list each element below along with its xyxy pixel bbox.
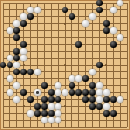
white-stone — [69, 75, 76, 82]
white-stone — [103, 103, 110, 110]
black-stone — [13, 34, 20, 41]
black-stone — [110, 41, 117, 48]
black-stone — [34, 103, 41, 110]
white-stone — [13, 96, 20, 103]
black-stone — [41, 103, 48, 110]
black-stone — [89, 82, 96, 89]
black-stone — [103, 96, 110, 103]
white-stone — [110, 7, 117, 14]
white-stone — [55, 89, 62, 96]
black-stone — [96, 103, 103, 110]
white-stone — [20, 55, 27, 62]
black-stone — [82, 75, 89, 82]
black-stone — [110, 110, 117, 117]
black-stone — [20, 41, 27, 48]
white-stone — [117, 34, 124, 41]
white-stone — [110, 27, 117, 34]
grid-line — [3, 120, 127, 121]
white-stone — [96, 89, 103, 96]
black-stone — [55, 96, 62, 103]
white-stone — [7, 75, 14, 82]
white-stone — [27, 110, 34, 117]
white-stone — [117, 96, 124, 103]
black-stone — [82, 96, 89, 103]
black-stone — [7, 62, 14, 69]
white-stone — [55, 103, 62, 110]
grid-line — [78, 3, 79, 127]
star-point — [64, 64, 66, 66]
black-stone — [27, 69, 34, 76]
black-stone — [34, 110, 41, 117]
last-move-marker — [36, 91, 38, 93]
black-stone — [41, 110, 48, 117]
black-stone — [89, 89, 96, 96]
black-stone — [48, 89, 55, 96]
black-stone — [0, 62, 6, 69]
white-stone — [82, 20, 89, 27]
black-stone — [69, 89, 76, 96]
black-stone — [20, 89, 27, 96]
black-stone — [103, 110, 110, 117]
black-stone — [62, 7, 69, 14]
white-stone — [89, 69, 96, 76]
white-stone — [41, 117, 48, 124]
black-stone — [69, 13, 76, 20]
grid-line — [113, 3, 114, 127]
white-stone — [55, 117, 62, 124]
black-stone — [75, 89, 82, 96]
black-stone — [27, 13, 34, 20]
star-point — [64, 23, 66, 25]
black-stone — [103, 27, 110, 34]
white-stone — [55, 82, 62, 89]
black-stone — [96, 62, 103, 69]
white-stone — [20, 13, 27, 20]
grid-line — [127, 3, 128, 127]
black-stone — [69, 82, 76, 89]
white-stone — [96, 82, 103, 89]
black-stone — [96, 0, 103, 6]
black-stone — [13, 48, 20, 55]
black-stone — [110, 96, 117, 103]
white-stone — [13, 62, 20, 69]
white-stone — [48, 103, 55, 110]
white-stone — [89, 13, 96, 20]
white-stone — [96, 96, 103, 103]
black-stone — [89, 96, 96, 103]
black-stone — [13, 27, 20, 34]
white-stone — [34, 69, 41, 76]
white-stone — [7, 89, 14, 96]
black-stone — [103, 20, 110, 27]
white-stone — [117, 0, 124, 6]
black-stone — [20, 20, 27, 27]
grid-line — [120, 3, 121, 127]
black-stone — [48, 110, 55, 117]
black-stone — [96, 7, 103, 14]
black-stone — [48, 96, 55, 103]
white-stone — [27, 7, 34, 14]
grid-line — [3, 78, 127, 79]
black-stone — [27, 96, 34, 103]
white-stone — [62, 89, 69, 96]
white-stone — [103, 89, 110, 96]
go-board[interactable] — [0, 0, 130, 130]
star-point — [23, 64, 25, 66]
white-stone — [20, 48, 27, 55]
black-stone — [89, 103, 96, 110]
black-stone — [20, 69, 27, 76]
white-stone — [55, 110, 62, 117]
white-stone — [75, 75, 82, 82]
white-stone — [34, 7, 41, 14]
white-stone — [7, 55, 14, 62]
grid-line — [3, 85, 127, 86]
black-stone — [41, 82, 48, 89]
black-stone — [13, 69, 20, 76]
white-stone — [13, 20, 20, 27]
grid-line — [71, 3, 72, 127]
grid-line — [3, 127, 127, 128]
white-stone — [7, 27, 14, 34]
white-stone — [48, 117, 55, 124]
black-stone — [75, 41, 82, 48]
black-stone — [13, 55, 20, 62]
black-stone — [41, 96, 48, 103]
white-stone — [13, 82, 20, 89]
black-stone — [82, 89, 89, 96]
